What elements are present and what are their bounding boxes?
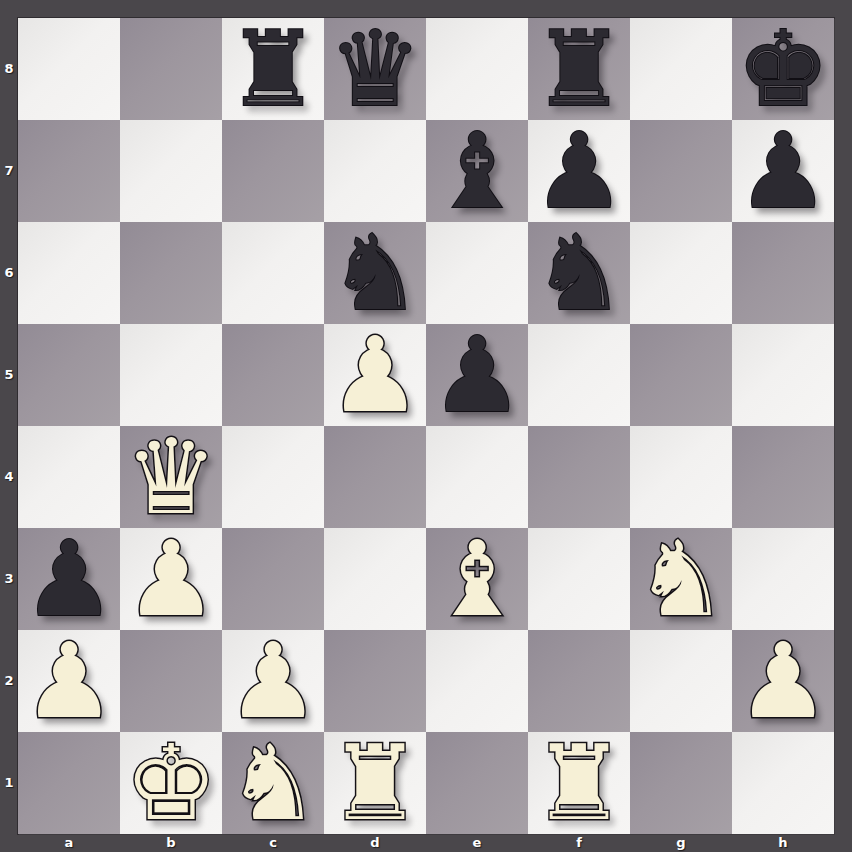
- square-f2[interactable]: [528, 630, 630, 732]
- square-c4[interactable]: [222, 426, 324, 528]
- rank-label-4: 4: [0, 426, 18, 528]
- piece-bN-f6[interactable]: ♞: [532, 222, 625, 324]
- square-f3[interactable]: [528, 528, 630, 630]
- piece-bB-e7[interactable]: ♝: [430, 120, 523, 222]
- square-c8[interactable]: ♜: [222, 18, 324, 120]
- square-e4[interactable]: [426, 426, 528, 528]
- square-d4[interactable]: [324, 426, 426, 528]
- square-a7[interactable]: [18, 120, 120, 222]
- square-e1[interactable]: [426, 732, 528, 834]
- piece-wP-b3[interactable]: ♟: [124, 528, 217, 630]
- square-d6[interactable]: ♞: [324, 222, 426, 324]
- chess-board: ♜♛♜♚♝♟♟♞♞♟♟♛♟♟♝♞♟♟♟♚♞♜♜: [18, 18, 834, 834]
- piece-wB-e3[interactable]: ♝: [430, 528, 523, 630]
- square-b4[interactable]: ♛: [120, 426, 222, 528]
- square-a2[interactable]: ♟: [18, 630, 120, 732]
- square-g2[interactable]: [630, 630, 732, 732]
- square-a5[interactable]: [18, 324, 120, 426]
- piece-bR-f8[interactable]: ♜: [532, 18, 625, 120]
- piece-bQ-d8[interactable]: ♛: [328, 18, 421, 120]
- file-label-c: c: [222, 834, 324, 852]
- square-h6[interactable]: [732, 222, 834, 324]
- square-c6[interactable]: [222, 222, 324, 324]
- square-d5[interactable]: ♟: [324, 324, 426, 426]
- square-c5[interactable]: [222, 324, 324, 426]
- square-a3[interactable]: ♟: [18, 528, 120, 630]
- file-label-g: g: [630, 834, 732, 852]
- piece-bP-f7[interactable]: ♟: [532, 120, 625, 222]
- square-b7[interactable]: [120, 120, 222, 222]
- square-c7[interactable]: [222, 120, 324, 222]
- square-c3[interactable]: [222, 528, 324, 630]
- file-label-h: h: [732, 834, 834, 852]
- square-e8[interactable]: [426, 18, 528, 120]
- square-e6[interactable]: [426, 222, 528, 324]
- square-e2[interactable]: [426, 630, 528, 732]
- piece-wP-d5[interactable]: ♟: [328, 324, 421, 426]
- square-h8[interactable]: ♚: [732, 18, 834, 120]
- square-g3[interactable]: ♞: [630, 528, 732, 630]
- square-c1[interactable]: ♞: [222, 732, 324, 834]
- square-d3[interactable]: [324, 528, 426, 630]
- square-a8[interactable]: [18, 18, 120, 120]
- chess-board-frame: ♜♛♜♚♝♟♟♞♞♟♟♛♟♟♝♞♟♟♟♚♞♜♜ 87654321 abcdefg…: [0, 0, 852, 852]
- file-label-b: b: [120, 834, 222, 852]
- square-a4[interactable]: [18, 426, 120, 528]
- square-f1[interactable]: ♜: [528, 732, 630, 834]
- rank-label-7: 7: [0, 120, 18, 222]
- square-h7[interactable]: ♟: [732, 120, 834, 222]
- square-g7[interactable]: [630, 120, 732, 222]
- square-e7[interactable]: ♝: [426, 120, 528, 222]
- rank-label-1: 1: [0, 732, 18, 834]
- square-f7[interactable]: ♟: [528, 120, 630, 222]
- piece-bR-c8[interactable]: ♜: [226, 18, 319, 120]
- piece-wN-g3[interactable]: ♞: [634, 528, 727, 630]
- square-d8[interactable]: ♛: [324, 18, 426, 120]
- piece-bK-h8[interactable]: ♚: [736, 18, 829, 120]
- square-d1[interactable]: ♜: [324, 732, 426, 834]
- square-g1[interactable]: [630, 732, 732, 834]
- rank-label-8: 8: [0, 18, 18, 120]
- square-h1[interactable]: [732, 732, 834, 834]
- rank-label-3: 3: [0, 528, 18, 630]
- rank-label-2: 2: [0, 630, 18, 732]
- piece-bP-a3[interactable]: ♟: [22, 528, 115, 630]
- piece-wP-a2[interactable]: ♟: [22, 630, 115, 732]
- square-b5[interactable]: [120, 324, 222, 426]
- square-b2[interactable]: [120, 630, 222, 732]
- square-e3[interactable]: ♝: [426, 528, 528, 630]
- piece-bP-h7[interactable]: ♟: [736, 120, 829, 222]
- file-label-a: a: [18, 834, 120, 852]
- square-f8[interactable]: ♜: [528, 18, 630, 120]
- square-h4[interactable]: [732, 426, 834, 528]
- piece-wQ-b4[interactable]: ♛: [124, 426, 217, 528]
- square-f5[interactable]: [528, 324, 630, 426]
- square-e5[interactable]: ♟: [426, 324, 528, 426]
- square-b1[interactable]: ♚: [120, 732, 222, 834]
- square-d7[interactable]: [324, 120, 426, 222]
- square-g5[interactable]: [630, 324, 732, 426]
- piece-wR-d1[interactable]: ♜: [328, 732, 421, 834]
- square-g4[interactable]: [630, 426, 732, 528]
- square-b8[interactable]: [120, 18, 222, 120]
- piece-bP-e5[interactable]: ♟: [430, 324, 523, 426]
- rank-label-5: 5: [0, 324, 18, 426]
- file-label-e: e: [426, 834, 528, 852]
- piece-wN-c1[interactable]: ♞: [226, 732, 319, 834]
- square-g8[interactable]: [630, 18, 732, 120]
- piece-bN-d6[interactable]: ♞: [328, 222, 421, 324]
- piece-wR-f1[interactable]: ♜: [532, 732, 625, 834]
- square-h3[interactable]: [732, 528, 834, 630]
- square-f6[interactable]: ♞: [528, 222, 630, 324]
- rank-label-6: 6: [0, 222, 18, 324]
- square-g6[interactable]: [630, 222, 732, 324]
- square-h5[interactable]: [732, 324, 834, 426]
- file-label-d: d: [324, 834, 426, 852]
- square-d2[interactable]: [324, 630, 426, 732]
- piece-wP-c2[interactable]: ♟: [226, 630, 319, 732]
- piece-wP-h2[interactable]: ♟: [736, 630, 829, 732]
- square-b6[interactable]: [120, 222, 222, 324]
- file-label-f: f: [528, 834, 630, 852]
- square-f4[interactable]: [528, 426, 630, 528]
- square-h2[interactable]: ♟: [732, 630, 834, 732]
- square-b3[interactable]: ♟: [120, 528, 222, 630]
- square-a6[interactable]: [18, 222, 120, 324]
- square-a1[interactable]: [18, 732, 120, 834]
- square-c2[interactable]: ♟: [222, 630, 324, 732]
- piece-wK-b1[interactable]: ♚: [124, 732, 217, 834]
